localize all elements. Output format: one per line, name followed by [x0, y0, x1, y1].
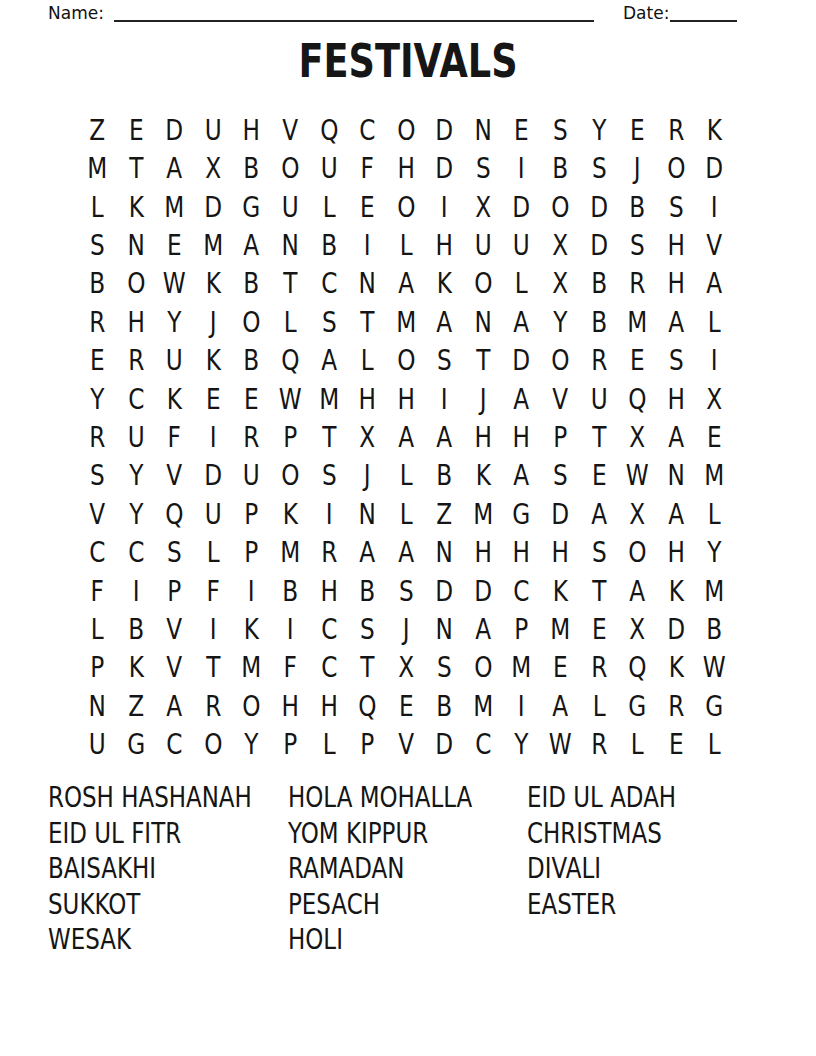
grid-cell-r7c3[interactable]: U: [159, 341, 190, 379]
grid-cell-r7c14[interactable]: R: [584, 341, 615, 379]
grid-cell-r14c14[interactable]: E: [584, 610, 615, 648]
grid-cell-r7c1[interactable]: E: [82, 341, 113, 379]
grid-cell-r8c6[interactable]: W: [275, 380, 306, 418]
grid-cell-r17c14[interactable]: R: [584, 726, 615, 764]
grid-cell-r7c17[interactable]: I: [699, 341, 730, 379]
grid-cell-r8c1[interactable]: Y: [82, 380, 113, 418]
grid-cell-r5c7[interactable]: C: [313, 265, 344, 303]
grid-cell-r14c9[interactable]: J: [391, 610, 422, 648]
grid-cell-r16c11[interactable]: M: [468, 687, 499, 725]
grid-cell-r9c14[interactable]: T: [584, 418, 615, 456]
grid-cell-r3c7[interactable]: L: [313, 188, 344, 226]
grid-cell-r14c7[interactable]: C: [313, 610, 344, 648]
word-list-item: WESAK: [48, 922, 252, 958]
grid-cell-r9c11[interactable]: H: [468, 418, 499, 456]
grid-cell-r3c15[interactable]: B: [622, 188, 653, 226]
grid-cell-r9c3[interactable]: F: [159, 418, 190, 456]
grid-cell-r15c3[interactable]: V: [159, 649, 190, 687]
grid-cell-r10c17[interactable]: M: [699, 457, 730, 495]
grid-cell-r13c14[interactable]: T: [584, 572, 615, 610]
grid-cell-r11c11[interactable]: M: [468, 495, 499, 533]
grid-cell-r6c5[interactable]: O: [236, 303, 267, 341]
grid-cell-r8c5[interactable]: E: [236, 380, 267, 418]
word-list-item: EID UL ADAH: [527, 780, 676, 816]
grid-cell-r8c11[interactable]: J: [468, 380, 499, 418]
grid-cell-r1c11[interactable]: N: [468, 111, 499, 149]
grid-cell-r8c13[interactable]: V: [545, 380, 576, 418]
grid-cell-r13c13[interactable]: K: [545, 572, 576, 610]
grid-cell-r12c3[interactable]: S: [159, 534, 190, 572]
grid-cell-r3c13[interactable]: O: [545, 188, 576, 226]
grid-cell-r9c8[interactable]: X: [352, 418, 383, 456]
grid-cell-r6c8[interactable]: T: [352, 303, 383, 341]
grid-cell-r11c8[interactable]: N: [352, 495, 383, 533]
grid-cell-r15c5[interactable]: M: [236, 649, 267, 687]
grid-cell-r9c2[interactable]: U: [120, 418, 151, 456]
grid-cell-r1c10[interactable]: D: [429, 111, 460, 149]
grid-cell-r8c8[interactable]: H: [352, 380, 383, 418]
grid-cell-r10c15[interactable]: W: [622, 457, 653, 495]
grid-cell-r4c4[interactable]: M: [198, 226, 229, 264]
grid-cell-r17c6[interactable]: P: [275, 726, 306, 764]
grid-cell-r12c6[interactable]: M: [275, 534, 306, 572]
grid-cell-r1c16[interactable]: R: [661, 111, 692, 149]
grid-cell-r4c7[interactable]: B: [313, 226, 344, 264]
grid-cell-r4c10[interactable]: H: [429, 226, 460, 264]
grid-cell-r14c17[interactable]: B: [699, 610, 730, 648]
grid-cell-r2c12[interactable]: I: [506, 149, 537, 187]
grid-cell-r3c16[interactable]: S: [661, 188, 692, 226]
grid-cell-r17c2[interactable]: G: [120, 726, 151, 764]
grid-cell-r5c4[interactable]: K: [198, 265, 229, 303]
grid-cell-r2c2[interactable]: T: [120, 149, 151, 187]
grid-cell-r7c8[interactable]: L: [352, 341, 383, 379]
grid-cell-r12c15[interactable]: O: [622, 534, 653, 572]
grid-cell-r13c1[interactable]: F: [82, 572, 113, 610]
word-list-item: PESACH: [288, 887, 472, 923]
grid-cell-r6c1[interactable]: R: [82, 303, 113, 341]
grid-cell-r4c11[interactable]: U: [468, 226, 499, 264]
grid-cell-r13c9[interactable]: S: [391, 572, 422, 610]
grid-cell-r15c8[interactable]: T: [352, 649, 383, 687]
grid-cell-r2c11[interactable]: S: [468, 149, 499, 187]
grid-cell-r7c5[interactable]: B: [236, 341, 267, 379]
grid-cell-r11c5[interactable]: P: [236, 495, 267, 533]
grid-cell-r2c8[interactable]: F: [352, 149, 383, 187]
grid-cell-r16c10[interactable]: B: [429, 687, 460, 725]
grid-cell-r17c17[interactable]: L: [699, 726, 730, 764]
grid-cell-r11c3[interactable]: Q: [159, 495, 190, 533]
grid-cell-r4c16[interactable]: H: [661, 226, 692, 264]
puzzle-title: FESTIVALS: [90, 33, 726, 88]
grid-cell-r8c12[interactable]: A: [506, 380, 537, 418]
grid-cell-r11c15[interactable]: X: [622, 495, 653, 533]
grid-cell-r13c4[interactable]: F: [198, 572, 229, 610]
grid-cell-r3c14[interactable]: D: [584, 188, 615, 226]
grid-cell-r10c14[interactable]: E: [584, 457, 615, 495]
grid-cell-r14c2[interactable]: B: [120, 610, 151, 648]
grid-cell-r17c3[interactable]: C: [159, 726, 190, 764]
grid-cell-r7c12[interactable]: D: [506, 341, 537, 379]
grid-cell-r2c3[interactable]: A: [159, 149, 190, 187]
grid-cell-r8c15[interactable]: Q: [622, 380, 653, 418]
grid-cell-r15c9[interactable]: X: [391, 649, 422, 687]
grid-cell-r4c5[interactable]: A: [236, 226, 267, 264]
grid-cell-r15c15[interactable]: Q: [622, 649, 653, 687]
grid-cell-r10c1[interactable]: S: [82, 457, 113, 495]
grid-cell-r9c9[interactable]: A: [391, 418, 422, 456]
grid-cell-r16c7[interactable]: H: [313, 687, 344, 725]
grid-cell-r16c2[interactable]: Z: [120, 687, 151, 725]
grid-cell-r5c8[interactable]: N: [352, 265, 383, 303]
grid-cell-r10c11[interactable]: K: [468, 457, 499, 495]
grid-cell-r4c1[interactable]: S: [82, 226, 113, 264]
grid-cell-r5c15[interactable]: R: [622, 265, 653, 303]
grid-cell-r2c4[interactable]: X: [198, 149, 229, 187]
grid-cell-r5c10[interactable]: K: [429, 265, 460, 303]
grid-cell-r1c14[interactable]: Y: [584, 111, 615, 149]
grid-cell-r14c16[interactable]: D: [661, 610, 692, 648]
grid-cell-r17c8[interactable]: P: [352, 726, 383, 764]
grid-cell-r12c10[interactable]: N: [429, 534, 460, 572]
grid-cell-r13c10[interactable]: D: [429, 572, 460, 610]
grid-cell-r4c12[interactable]: U: [506, 226, 537, 264]
name-blank-line: [114, 4, 594, 22]
grid-cell-r17c1[interactable]: U: [82, 726, 113, 764]
grid-cell-r1c7[interactable]: Q: [313, 111, 344, 149]
grid-cell-r11c12[interactable]: G: [506, 495, 537, 533]
grid-cell-r15c7[interactable]: C: [313, 649, 344, 687]
grid-cell-r15c12[interactable]: M: [506, 649, 537, 687]
grid-cell-r17c7[interactable]: L: [313, 726, 344, 764]
grid-cell-r16c9[interactable]: E: [391, 687, 422, 725]
grid-cell-r11c14[interactable]: A: [584, 495, 615, 533]
grid-cell-r14c10[interactable]: N: [429, 610, 460, 648]
grid-cell-r2c1[interactable]: M: [82, 149, 113, 187]
grid-cell-r14c3[interactable]: V: [159, 610, 190, 648]
grid-cell-r11c9[interactable]: L: [391, 495, 422, 533]
grid-cell-r14c5[interactable]: K: [236, 610, 267, 648]
grid-cell-r5c11[interactable]: O: [468, 265, 499, 303]
grid-cell-r6c13[interactable]: Y: [545, 303, 576, 341]
grid-cell-r16c14[interactable]: L: [584, 687, 615, 725]
grid-cell-r7c15[interactable]: E: [622, 341, 653, 379]
grid-cell-r12c7[interactable]: R: [313, 534, 344, 572]
grid-cell-r12c8[interactable]: A: [352, 534, 383, 572]
grid-cell-r16c3[interactable]: A: [159, 687, 190, 725]
grid-cell-r6c2[interactable]: H: [120, 303, 151, 341]
grid-cell-r16c13[interactable]: A: [545, 687, 576, 725]
grid-cell-r9c17[interactable]: E: [699, 418, 730, 456]
grid-cell-r1c15[interactable]: E: [622, 111, 653, 149]
grid-cell-r7c16[interactable]: S: [661, 341, 692, 379]
grid-cell-r11c4[interactable]: U: [198, 495, 229, 533]
grid-cell-r10c2[interactable]: Y: [120, 457, 151, 495]
grid-cell-r13c11[interactable]: D: [468, 572, 499, 610]
grid-cell-r2c15[interactable]: J: [622, 149, 653, 187]
grid-cell-r9c10[interactable]: A: [429, 418, 460, 456]
grid-cell-r3c2[interactable]: K: [120, 188, 151, 226]
grid-cell-r14c15[interactable]: X: [622, 610, 653, 648]
grid-cell-r2c5[interactable]: B: [236, 149, 267, 187]
grid-cell-r17c10[interactable]: D: [429, 726, 460, 764]
grid-cell-r7c7[interactable]: A: [313, 341, 344, 379]
grid-cell-r2c16[interactable]: O: [661, 149, 692, 187]
grid-cell-r3c4[interactable]: D: [198, 188, 229, 226]
grid-cell-r12c5[interactable]: P: [236, 534, 267, 572]
grid-cell-r14c6[interactable]: I: [275, 610, 306, 648]
grid-cell-r5c12[interactable]: L: [506, 265, 537, 303]
grid-cell-r15c13[interactable]: E: [545, 649, 576, 687]
grid-cell-r1c13[interactable]: S: [545, 111, 576, 149]
date-blank-line: [670, 4, 737, 22]
grid-cell-r13c3[interactable]: P: [159, 572, 190, 610]
grid-cell-r13c5[interactable]: I: [236, 572, 267, 610]
grid-cell-r8c14[interactable]: U: [584, 380, 615, 418]
grid-cell-r8c7[interactable]: M: [313, 380, 344, 418]
grid-cell-r17c11[interactable]: C: [468, 726, 499, 764]
grid-cell-r7c10[interactable]: S: [429, 341, 460, 379]
grid-cell-r2c10[interactable]: D: [429, 149, 460, 187]
grid-cell-r13c15[interactable]: A: [622, 572, 653, 610]
grid-cell-r12c2[interactable]: C: [120, 534, 151, 572]
grid-cell-r16c17[interactable]: G: [699, 687, 730, 725]
grid-cell-r17c13[interactable]: W: [545, 726, 576, 764]
grid-cell-r16c16[interactable]: R: [661, 687, 692, 725]
grid-cell-r3c8[interactable]: E: [352, 188, 383, 226]
grid-cell-r6c16[interactable]: A: [661, 303, 692, 341]
grid-cell-r10c16[interactable]: N: [661, 457, 692, 495]
grid-cell-r15c11[interactable]: O: [468, 649, 499, 687]
grid-cell-r10c6[interactable]: O: [275, 457, 306, 495]
grid-cell-r3c5[interactable]: G: [236, 188, 267, 226]
grid-cell-r1c8[interactable]: C: [352, 111, 383, 149]
grid-cell-r8c10[interactable]: I: [429, 380, 460, 418]
grid-cell-r2c9[interactable]: H: [391, 149, 422, 187]
grid-cell-r3c17[interactable]: I: [699, 188, 730, 226]
grid-cell-r14c12[interactable]: P: [506, 610, 537, 648]
grid-cell-r2c13[interactable]: B: [545, 149, 576, 187]
grid-cell-r15c16[interactable]: K: [661, 649, 692, 687]
grid-cell-r5c9[interactable]: A: [391, 265, 422, 303]
grid-cell-r4c15[interactable]: S: [622, 226, 653, 264]
grid-cell-r1c3[interactable]: D: [159, 111, 190, 149]
grid-cell-r6c7[interactable]: S: [313, 303, 344, 341]
grid-cell-r6c12[interactable]: A: [506, 303, 537, 341]
grid-cell-r8c3[interactable]: K: [159, 380, 190, 418]
grid-cell-r14c11[interactable]: A: [468, 610, 499, 648]
grid-cell-r8c17[interactable]: X: [699, 380, 730, 418]
grid-cell-r5c16[interactable]: H: [661, 265, 692, 303]
grid-cell-r1c2[interactable]: E: [120, 111, 151, 149]
grid-cell-r15c4[interactable]: T: [198, 649, 229, 687]
grid-cell-r15c2[interactable]: K: [120, 649, 151, 687]
grid-cell-r10c13[interactable]: S: [545, 457, 576, 495]
grid-cell-r5c5[interactable]: B: [236, 265, 267, 303]
grid-cell-r11c1[interactable]: V: [82, 495, 113, 533]
grid-cell-r3c9[interactable]: O: [391, 188, 422, 226]
grid-cell-r7c4[interactable]: K: [198, 341, 229, 379]
grid-cell-r13c16[interactable]: K: [661, 572, 692, 610]
grid-cell-r5c13[interactable]: X: [545, 265, 576, 303]
grid-cell-r15c1[interactable]: P: [82, 649, 113, 687]
grid-cell-r11c13[interactable]: D: [545, 495, 576, 533]
grid-cell-r2c17[interactable]: D: [699, 149, 730, 187]
grid-cell-r7c6[interactable]: Q: [275, 341, 306, 379]
grid-cell-r6c11[interactable]: N: [468, 303, 499, 341]
grid-cell-r13c8[interactable]: B: [352, 572, 383, 610]
grid-cell-r6c14[interactable]: B: [584, 303, 615, 341]
grid-cell-r17c12[interactable]: Y: [506, 726, 537, 764]
grid-cell-r8c4[interactable]: E: [198, 380, 229, 418]
grid-cell-r4c14[interactable]: D: [584, 226, 615, 264]
grid-cell-r16c8[interactable]: Q: [352, 687, 383, 725]
grid-cell-r11c6[interactable]: K: [275, 495, 306, 533]
grid-cell-r17c9[interactable]: V: [391, 726, 422, 764]
grid-cell-r4c3[interactable]: E: [159, 226, 190, 264]
grid-cell-r16c5[interactable]: O: [236, 687, 267, 725]
word-list-item: CHRISTMAS: [527, 816, 676, 852]
grid-cell-r13c17[interactable]: M: [699, 572, 730, 610]
grid-cell-r2c14[interactable]: S: [584, 149, 615, 187]
grid-cell-r13c6[interactable]: B: [275, 572, 306, 610]
grid-cell-r5c2[interactable]: O: [120, 265, 151, 303]
grid-cell-r8c16[interactable]: H: [661, 380, 692, 418]
grid-cell-r16c4[interactable]: R: [198, 687, 229, 725]
grid-cell-r7c2[interactable]: R: [120, 341, 151, 379]
grid-cell-r12c13[interactable]: H: [545, 534, 576, 572]
grid-cell-r6c6[interactable]: L: [275, 303, 306, 341]
grid-cell-r3c12[interactable]: D: [506, 188, 537, 226]
grid-cell-r10c5[interactable]: U: [236, 457, 267, 495]
grid-cell-r12c11[interactable]: H: [468, 534, 499, 572]
grid-cell-r3c11[interactable]: X: [468, 188, 499, 226]
grid-cell-r9c12[interactable]: H: [506, 418, 537, 456]
grid-cell-r4c6[interactable]: N: [275, 226, 306, 264]
grid-cell-r17c15[interactable]: L: [622, 726, 653, 764]
grid-cell-r1c9[interactable]: O: [391, 111, 422, 149]
grid-cell-r2c7[interactable]: U: [313, 149, 344, 187]
grid-cell-r5c3[interactable]: W: [159, 265, 190, 303]
grid-cell-r7c11[interactable]: T: [468, 341, 499, 379]
grid-cell-r15c10[interactable]: S: [429, 649, 460, 687]
grid-cell-r7c9[interactable]: O: [391, 341, 422, 379]
grid-cell-r12c1[interactable]: C: [82, 534, 113, 572]
grid-cell-r16c6[interactable]: H: [275, 687, 306, 725]
grid-cell-r12c9[interactable]: A: [391, 534, 422, 572]
grid-cell-r3c10[interactable]: I: [429, 188, 460, 226]
grid-cell-r5c17[interactable]: A: [699, 265, 730, 303]
grid-cell-r14c4[interactable]: I: [198, 610, 229, 648]
grid-cell-r12c4[interactable]: L: [198, 534, 229, 572]
grid-cell-r1c6[interactable]: V: [275, 111, 306, 149]
grid-cell-r8c9[interactable]: H: [391, 380, 422, 418]
grid-cell-r14c1[interactable]: L: [82, 610, 113, 648]
grid-cell-r9c1[interactable]: R: [82, 418, 113, 456]
grid-cell-r9c5[interactable]: R: [236, 418, 267, 456]
grid-cell-r4c2[interactable]: N: [120, 226, 151, 264]
grid-cell-r12c12[interactable]: H: [506, 534, 537, 572]
grid-cell-r9c15[interactable]: X: [622, 418, 653, 456]
grid-cell-r5c1[interactable]: B: [82, 265, 113, 303]
grid-cell-r15c14[interactable]: R: [584, 649, 615, 687]
grid-cell-r17c4[interactable]: O: [198, 726, 229, 764]
grid-cell-r9c4[interactable]: I: [198, 418, 229, 456]
grid-cell-r10c10[interactable]: B: [429, 457, 460, 495]
date-label: Date:: [623, 3, 669, 23]
grid-cell-r8c2[interactable]: C: [120, 380, 151, 418]
grid-cell-r11c17[interactable]: L: [699, 495, 730, 533]
grid-cell-r5c14[interactable]: B: [584, 265, 615, 303]
grid-cell-r10c12[interactable]: A: [506, 457, 537, 495]
grid-cell-r10c7[interactable]: S: [313, 457, 344, 495]
grid-cell-r17c5[interactable]: Y: [236, 726, 267, 764]
grid-cell-r14c13[interactable]: M: [545, 610, 576, 648]
grid-cell-r9c6[interactable]: P: [275, 418, 306, 456]
grid-cell-r11c7[interactable]: I: [313, 495, 344, 533]
word-list-item: EASTER: [527, 887, 676, 923]
grid-cell-r10c9[interactable]: L: [391, 457, 422, 495]
grid-cell-r14c8[interactable]: S: [352, 610, 383, 648]
grid-cell-r9c16[interactable]: A: [661, 418, 692, 456]
grid-cell-r16c15[interactable]: G: [622, 687, 653, 725]
grid-cell-r2c6[interactable]: O: [275, 149, 306, 187]
grid-cell-r3c6[interactable]: U: [275, 188, 306, 226]
grid-cell-r6c15[interactable]: M: [622, 303, 653, 341]
grid-cell-r6c3[interactable]: Y: [159, 303, 190, 341]
grid-cell-r1c4[interactable]: U: [198, 111, 229, 149]
grid-cell-r13c2[interactable]: I: [120, 572, 151, 610]
grid-cell-r1c1[interactable]: Z: [82, 111, 113, 149]
grid-cell-r16c12[interactable]: I: [506, 687, 537, 725]
grid-cell-r10c4[interactable]: D: [198, 457, 229, 495]
grid-cell-r1c12[interactable]: E: [506, 111, 537, 149]
grid-cell-r7c13[interactable]: O: [545, 341, 576, 379]
grid-cell-r10c3[interactable]: V: [159, 457, 190, 495]
grid-cell-r4c9[interactable]: L: [391, 226, 422, 264]
grid-cell-r5c6[interactable]: T: [275, 265, 306, 303]
grid-cell-r6c9[interactable]: M: [391, 303, 422, 341]
grid-cell-r9c7[interactable]: T: [313, 418, 344, 456]
grid-cell-r16c1[interactable]: N: [82, 687, 113, 725]
grid-cell-r6c10[interactable]: A: [429, 303, 460, 341]
grid-cell-r15c17[interactable]: W: [699, 649, 730, 687]
grid-cell-r4c13[interactable]: X: [545, 226, 576, 264]
grid-cell-r3c1[interactable]: L: [82, 188, 113, 226]
grid-cell-r15c6[interactable]: F: [275, 649, 306, 687]
grid-cell-r1c17[interactable]: K: [699, 111, 730, 149]
grid-cell-r3c3[interactable]: M: [159, 188, 190, 226]
grid-cell-r12c14[interactable]: S: [584, 534, 615, 572]
grid-cell-r17c16[interactable]: E: [661, 726, 692, 764]
grid-cell-r1c5[interactable]: H: [236, 111, 267, 149]
grid-cell-r6c4[interactable]: J: [198, 303, 229, 341]
grid-cell-r13c12[interactable]: C: [506, 572, 537, 610]
grid-cell-r4c8[interactable]: I: [352, 226, 383, 264]
grid-cell-r11c2[interactable]: Y: [120, 495, 151, 533]
grid-cell-r9c13[interactable]: P: [545, 418, 576, 456]
grid-cell-r12c17[interactable]: Y: [699, 534, 730, 572]
grid-cell-r12c16[interactable]: H: [661, 534, 692, 572]
grid-cell-r4c17[interactable]: V: [699, 226, 730, 264]
word-list-item: YOM KIPPUR: [288, 816, 472, 852]
grid-cell-r13c7[interactable]: H: [313, 572, 344, 610]
grid-cell-r11c16[interactable]: A: [661, 495, 692, 533]
word-list-item: RAMADAN: [288, 851, 472, 887]
grid-cell-r6c17[interactable]: L: [699, 303, 730, 341]
grid-cell-r10c8[interactable]: J: [352, 457, 383, 495]
grid-cell-r11c10[interactable]: Z: [429, 495, 460, 533]
